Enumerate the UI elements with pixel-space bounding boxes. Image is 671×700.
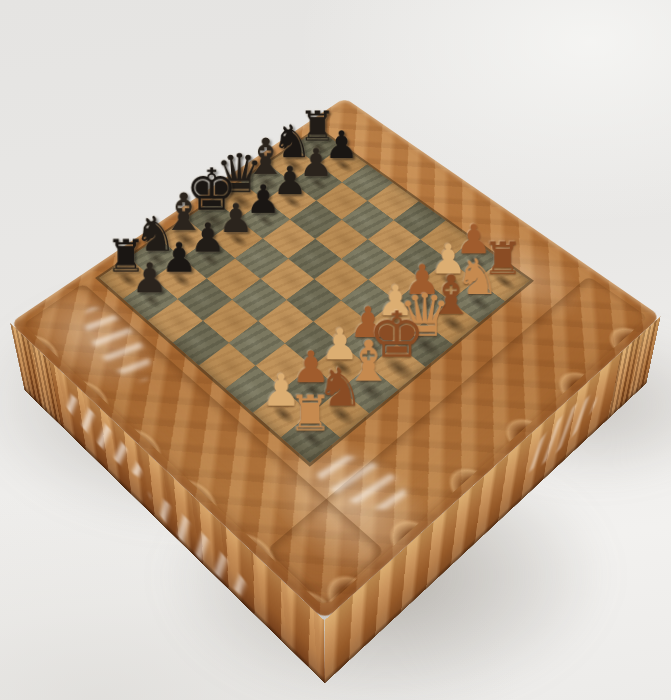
chess-box: ♜♞♝♛♚♝♞♜♟♟♟♟♟♟♟♟♟♟♟♟♟♟♟♟♜♞♝♛♚♝♞♜: [10, 98, 661, 621]
square-e3: [313, 300, 368, 343]
chess-board: ♜♞♝♛♚♝♞♜♟♟♟♟♟♟♟♟♟♟♟♟♟♟♟♟♜♞♝♛♚♝♞♜: [99, 129, 530, 462]
square-h4: [198, 343, 255, 389]
scene: ♜♞♝♛♚♝♞♜♟♟♟♟♟♟♟♟♟♟♟♟♟♟♟♟♜♞♝♛♚♝♞♜: [0, 0, 671, 700]
square-h8: [99, 258, 153, 299]
box-top: ♜♞♝♛♚♝♞♜♟♟♟♟♟♟♟♟♟♟♟♟♟♟♟♟♜♞♝♛♚♝♞♜: [10, 98, 661, 621]
square-f1: [340, 367, 397, 414]
plastic-wrap-glare: [305, 444, 416, 522]
scene-3d: ♜♞♝♛♚♝♞♜♟♟♟♟♟♟♟♟♟♟♟♟♟♟♟♟♜♞♝♛♚♝♞♜: [0, 0, 671, 700]
